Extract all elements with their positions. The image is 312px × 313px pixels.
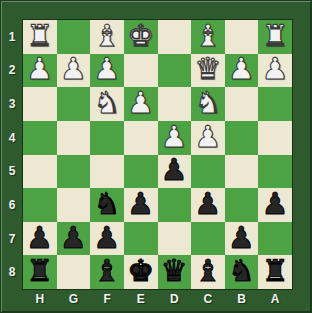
white-bishop: ♝ [194, 21, 221, 51]
square-d3[interactable] [158, 87, 192, 121]
black-king: ♚ [127, 256, 154, 286]
chess-board-frame: 12345678 ♜♝♚♝♜♟♟♟♛♟♟♞♟♞♟♟♟♞♟♟♟♟♟♟♟♜♝♚♛♝♞… [0, 0, 312, 313]
square-b3[interactable] [225, 87, 259, 121]
square-h2[interactable]: ♟ [23, 54, 57, 88]
square-f7[interactable]: ♟ [90, 222, 124, 256]
square-c6[interactable]: ♟ [191, 188, 225, 222]
square-b7[interactable]: ♟ [225, 222, 259, 256]
square-c8[interactable]: ♝ [191, 255, 225, 289]
white-knight: ♞ [194, 88, 221, 118]
square-d8[interactable]: ♛ [158, 255, 192, 289]
white-pawn: ♟ [26, 54, 53, 84]
square-e3[interactable]: ♟ [124, 87, 158, 121]
file-label-f: F [90, 290, 124, 308]
black-bishop: ♝ [94, 256, 121, 286]
rank-label-8: 8 [1, 255, 23, 289]
square-a6[interactable]: ♟ [258, 188, 292, 222]
square-g4[interactable] [57, 121, 91, 155]
black-pawn: ♟ [60, 223, 87, 253]
white-queen: ♛ [194, 54, 221, 84]
black-rook: ♜ [262, 256, 289, 286]
square-c2[interactable]: ♛ [191, 54, 225, 88]
square-a8[interactable]: ♜ [258, 255, 292, 289]
square-f6[interactable]: ♞ [90, 188, 124, 222]
square-c5[interactable] [191, 155, 225, 189]
black-queen: ♛ [161, 256, 188, 286]
square-a7[interactable] [258, 222, 292, 256]
rank-label-6: 6 [1, 188, 23, 222]
square-g2[interactable]: ♟ [57, 54, 91, 88]
black-bishop: ♝ [194, 256, 221, 286]
black-pawn: ♟ [26, 223, 53, 253]
square-d4[interactable]: ♟ [158, 121, 192, 155]
black-pawn: ♟ [94, 223, 121, 253]
square-d2[interactable] [158, 54, 192, 88]
square-g7[interactable]: ♟ [57, 222, 91, 256]
white-pawn: ♟ [94, 54, 121, 84]
white-pawn: ♟ [127, 88, 154, 118]
file-labels: HGFEDCBA [23, 290, 292, 308]
file-label-b: B [225, 290, 259, 308]
square-h8[interactable]: ♜ [23, 255, 57, 289]
white-pawn: ♟ [60, 54, 87, 84]
square-c3[interactable]: ♞ [191, 87, 225, 121]
square-g6[interactable] [57, 188, 91, 222]
rank-label-4: 4 [1, 121, 23, 155]
square-a4[interactable] [258, 121, 292, 155]
square-b2[interactable]: ♟ [225, 54, 259, 88]
square-h1[interactable]: ♜ [23, 20, 57, 54]
black-rook: ♜ [26, 256, 53, 286]
white-king: ♚ [127, 21, 154, 51]
square-e5[interactable] [124, 155, 158, 189]
chess-board: ♜♝♚♝♜♟♟♟♛♟♟♞♟♞♟♟♟♞♟♟♟♟♟♟♟♜♝♚♛♝♞♜ [23, 20, 292, 289]
square-a5[interactable] [258, 155, 292, 189]
file-label-g: G [57, 290, 91, 308]
rank-label-1: 1 [1, 20, 23, 54]
white-pawn: ♟ [262, 54, 289, 84]
square-e4[interactable] [124, 121, 158, 155]
square-e7[interactable] [124, 222, 158, 256]
rank-labels: 12345678 [1, 20, 23, 289]
square-b5[interactable] [225, 155, 259, 189]
square-a3[interactable] [258, 87, 292, 121]
black-pawn: ♟ [228, 223, 255, 253]
square-f8[interactable]: ♝ [90, 255, 124, 289]
square-e2[interactable] [124, 54, 158, 88]
white-pawn: ♟ [161, 122, 188, 152]
square-h6[interactable] [23, 188, 57, 222]
rank-label-2: 2 [1, 54, 23, 88]
rank-label-3: 3 [1, 87, 23, 121]
square-c1[interactable]: ♝ [191, 20, 225, 54]
square-f1[interactable]: ♝ [90, 20, 124, 54]
square-a1[interactable]: ♜ [258, 20, 292, 54]
white-rook: ♜ [26, 21, 53, 51]
square-c4[interactable]: ♟ [191, 121, 225, 155]
square-c7[interactable] [191, 222, 225, 256]
black-knight: ♞ [228, 256, 255, 286]
square-h7[interactable]: ♟ [23, 222, 57, 256]
rank-label-5: 5 [1, 155, 23, 189]
square-b4[interactable] [225, 121, 259, 155]
black-knight: ♞ [94, 189, 121, 219]
square-h3[interactable] [23, 87, 57, 121]
square-b1[interactable] [225, 20, 259, 54]
file-label-d: D [158, 290, 192, 308]
square-f4[interactable] [90, 121, 124, 155]
black-pawn: ♟ [127, 189, 154, 219]
square-h5[interactable] [23, 155, 57, 189]
square-g3[interactable] [57, 87, 91, 121]
square-b6[interactable] [225, 188, 259, 222]
rank-label-7: 7 [1, 222, 23, 256]
black-pawn: ♟ [194, 189, 221, 219]
square-b8[interactable]: ♞ [225, 255, 259, 289]
square-d5[interactable]: ♟ [158, 155, 192, 189]
square-a2[interactable]: ♟ [258, 54, 292, 88]
square-f2[interactable]: ♟ [90, 54, 124, 88]
white-rook: ♜ [262, 21, 289, 51]
square-e6[interactable]: ♟ [124, 188, 158, 222]
file-label-h: H [23, 290, 57, 308]
square-g1[interactable] [57, 20, 91, 54]
white-pawn: ♟ [228, 54, 255, 84]
file-label-e: E [124, 290, 158, 308]
square-d1[interactable] [158, 20, 192, 54]
square-g8[interactable] [57, 255, 91, 289]
square-f5[interactable] [90, 155, 124, 189]
black-pawn: ♟ [262, 189, 289, 219]
file-label-a: A [258, 290, 292, 308]
white-knight: ♞ [94, 88, 121, 118]
square-e1[interactable]: ♚ [124, 20, 158, 54]
square-e8[interactable]: ♚ [124, 255, 158, 289]
square-f3[interactable]: ♞ [90, 87, 124, 121]
square-h4[interactable] [23, 121, 57, 155]
square-d7[interactable] [158, 222, 192, 256]
file-label-c: C [191, 290, 225, 308]
black-pawn: ♟ [161, 155, 188, 185]
white-bishop: ♝ [94, 21, 121, 51]
square-d6[interactable] [158, 188, 192, 222]
white-pawn: ♟ [194, 122, 221, 152]
square-g5[interactable] [57, 155, 91, 189]
